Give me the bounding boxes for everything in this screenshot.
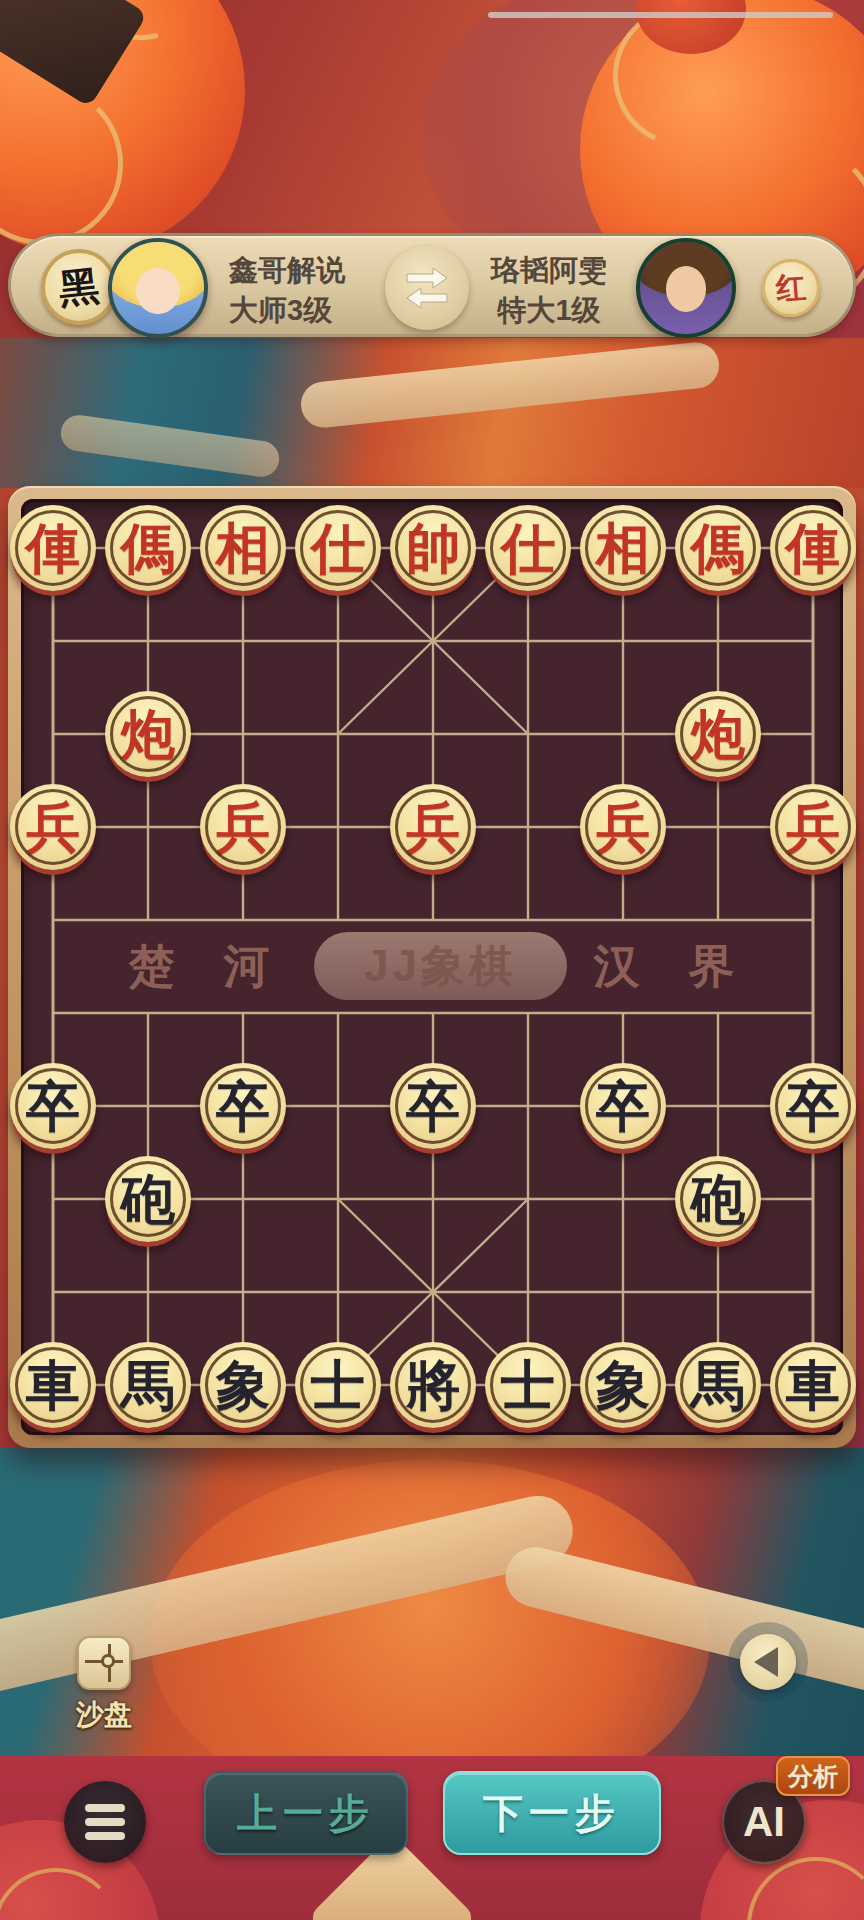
piece-character: 卒	[786, 1079, 840, 1133]
board-intersection[interactable]: 卒	[766, 1060, 861, 1153]
xiangqi-piece-black[interactable]: 卒	[770, 1063, 856, 1149]
board-intersection[interactable]	[101, 1060, 196, 1153]
piece-character: 卒	[406, 1079, 460, 1133]
board-intersection[interactable]: 傌	[101, 502, 196, 595]
board-intersection[interactable]	[766, 688, 861, 781]
board-intersection[interactable]	[291, 1153, 386, 1246]
board-intersection[interactable]	[481, 1060, 576, 1153]
xiangqi-piece-black[interactable]: 卒	[10, 1063, 96, 1149]
xiangqi-piece-black[interactable]: 卒	[390, 1063, 476, 1149]
board-intersection[interactable]	[101, 781, 196, 874]
board-intersection[interactable]	[766, 1153, 861, 1246]
board-intersection[interactable]	[291, 595, 386, 688]
xiangqi-piece-red[interactable]: 炮	[675, 691, 761, 777]
piece-character: 車	[786, 1358, 840, 1412]
board-intersection[interactable]	[481, 595, 576, 688]
piece-character: 相	[596, 521, 650, 575]
board-intersection[interactable]: 兵	[386, 781, 481, 874]
black-side-label: 黑	[56, 258, 102, 317]
board-intersection[interactable]	[481, 874, 576, 967]
piece-character: 兵	[596, 800, 650, 854]
xiangqi-piece-red[interactable]: 兵	[770, 784, 856, 870]
left-player-avatar[interactable]	[108, 238, 208, 338]
board-intersection[interactable]	[101, 595, 196, 688]
swap-arrows-icon	[403, 266, 451, 310]
board-grid: 俥傌相仕帥仕相傌俥炮炮兵兵兵兵兵卒卒卒卒卒砲砲車馬象士將士象馬車	[6, 502, 861, 1432]
board-intersection[interactable]	[386, 874, 481, 967]
board-intersection[interactable]	[6, 688, 101, 781]
board-intersection[interactable]	[671, 967, 766, 1060]
board-intersection[interactable]: 相	[196, 502, 291, 595]
board-intersection[interactable]	[481, 781, 576, 874]
xiangqi-piece-red[interactable]: 仕	[485, 505, 571, 591]
board-intersection[interactable]	[386, 967, 481, 1060]
board-intersection[interactable]	[481, 967, 576, 1060]
board-intersection[interactable]	[576, 874, 671, 967]
xiangqi-piece-black[interactable]: 卒	[200, 1063, 286, 1149]
piece-character: 炮	[121, 707, 175, 761]
xiangqi-piece-red[interactable]: 傌	[675, 505, 761, 591]
left-arrow-icon	[754, 1647, 778, 1677]
board-intersection[interactable]	[576, 967, 671, 1060]
board-intersection[interactable]	[6, 874, 101, 967]
menu-button[interactable]	[64, 1781, 146, 1863]
piece-character: 砲	[121, 1172, 175, 1226]
board-intersection[interactable]	[386, 595, 481, 688]
board-intersection[interactable]	[671, 595, 766, 688]
board-intersection[interactable]: 卒	[6, 1060, 101, 1153]
board-intersection[interactable]: 馬	[671, 1339, 766, 1432]
board-intersection[interactable]: 仕	[481, 502, 576, 595]
red-side-label: 红	[775, 267, 808, 310]
right-player-rank: 特大1级	[459, 290, 639, 330]
piece-character: 仕	[501, 521, 555, 575]
xiangqi-piece-red[interactable]: 傌	[105, 505, 191, 591]
board-intersection[interactable]	[291, 781, 386, 874]
piece-character: 帥	[406, 521, 460, 575]
board-intersection[interactable]: 砲	[671, 1153, 766, 1246]
board-intersection[interactable]	[481, 688, 576, 781]
board-intersection[interactable]: 相	[576, 502, 671, 595]
piece-character: 傌	[691, 521, 745, 575]
xiangqi-piece-red[interactable]: 相	[580, 505, 666, 591]
piece-character: 俥	[26, 521, 80, 575]
piece-character: 兵	[786, 800, 840, 854]
piece-character: 兵	[406, 800, 460, 854]
xiangqi-piece-red[interactable]: 俥	[770, 505, 856, 591]
board-intersection[interactable]	[196, 595, 291, 688]
board-intersection[interactable]: 兵	[6, 781, 101, 874]
board-intersection[interactable]: 象	[196, 1339, 291, 1432]
board-intersection[interactable]	[671, 1246, 766, 1339]
board-intersection[interactable]	[291, 688, 386, 781]
board-intersection[interactable]	[576, 595, 671, 688]
board-intersection[interactable]	[576, 1246, 671, 1339]
board-intersection[interactable]	[6, 967, 101, 1060]
xiangqi-piece-red[interactable]: 兵	[580, 784, 666, 870]
board-intersection[interactable]	[196, 874, 291, 967]
board-intersection[interactable]: 傌	[671, 502, 766, 595]
board-intersection[interactable]	[196, 1246, 291, 1339]
next-move-button[interactable]: 下一步	[443, 1771, 661, 1855]
piece-character: 卒	[26, 1079, 80, 1133]
piece-character: 象	[216, 1358, 270, 1412]
board-intersection[interactable]: 俥	[6, 502, 101, 595]
board-intersection[interactable]	[6, 1153, 101, 1246]
board-intersection[interactable]: 帥	[386, 502, 481, 595]
board-intersection[interactable]	[766, 874, 861, 967]
xiangqi-piece-red[interactable]: 俥	[10, 505, 96, 591]
board-intersection[interactable]	[196, 1153, 291, 1246]
xiangqi-piece-black[interactable]: 砲	[105, 1156, 191, 1242]
swap-sides-button[interactable]	[385, 246, 469, 330]
piece-character: 砲	[691, 1172, 745, 1226]
board-intersection[interactable]	[481, 1246, 576, 1339]
board-intersection[interactable]	[291, 1060, 386, 1153]
piece-character: 卒	[216, 1079, 270, 1133]
video-progress-line[interactable]	[488, 12, 833, 18]
xiangqi-piece-red[interactable]: 相	[200, 505, 286, 591]
piece-character: 車	[26, 1358, 80, 1412]
xiangqi-board: 楚 河 汉 界 JJ象棋 俥傌相仕帥仕相傌俥炮炮兵兵兵兵兵卒卒卒卒卒砲砲車馬象士…	[8, 486, 856, 1448]
player-bar: 黑 鑫哥解说 大师3级 珞韬阿雯 特大1级 红	[8, 233, 856, 337]
board-intersection[interactable]: 兵	[196, 781, 291, 874]
xiangqi-piece-black[interactable]: 車	[770, 1342, 856, 1428]
xiangqi-piece-red[interactable]: 兵	[390, 784, 476, 870]
board-intersection[interactable]	[101, 1246, 196, 1339]
board-intersection[interactable]	[386, 1246, 481, 1339]
board-intersection[interactable]	[576, 688, 671, 781]
board-intersection[interactable]: 車	[766, 1339, 861, 1432]
board-intersection[interactable]	[671, 874, 766, 967]
board-intersection[interactable]	[101, 967, 196, 1060]
board-intersection[interactable]	[386, 1153, 481, 1246]
left-player-rank: 大师3级	[229, 290, 345, 330]
xiangqi-piece-black[interactable]: 車	[10, 1342, 96, 1428]
board-intersection[interactable]: 卒	[576, 1060, 671, 1153]
xiangqi-piece-black[interactable]: 將	[390, 1342, 476, 1428]
red-side-badge: 红	[762, 259, 820, 317]
xiangqi-piece-black[interactable]: 象	[200, 1342, 286, 1428]
xiangqi-piece-black[interactable]: 士	[295, 1342, 381, 1428]
right-player-name: 珞韬阿雯	[459, 250, 639, 290]
screen: 黑 鑫哥解说 大师3级 珞韬阿雯 特大1级 红	[0, 0, 864, 1920]
piece-character: 士	[311, 1358, 365, 1412]
piece-character: 將	[406, 1358, 460, 1412]
board-intersection[interactable]: 象	[576, 1339, 671, 1432]
hamburger-icon	[85, 1804, 125, 1812]
board-intersection[interactable]	[481, 1153, 576, 1246]
collapse-panel-button[interactable]	[740, 1634, 796, 1690]
board-intersection[interactable]: 兵	[576, 781, 671, 874]
xiangqi-piece-black[interactable]: 卒	[580, 1063, 666, 1149]
sandbox-label: 沙盘	[52, 1696, 156, 1734]
left-player-name: 鑫哥解说	[229, 250, 345, 290]
piece-character: 兵	[216, 800, 270, 854]
xiangqi-piece-red[interactable]: 帥	[390, 505, 476, 591]
piece-character: 炮	[691, 707, 745, 761]
board-intersection[interactable]	[766, 967, 861, 1060]
board-intersection[interactable]	[671, 781, 766, 874]
xiangqi-piece-black[interactable]: 象	[580, 1342, 666, 1428]
board-intersection[interactable]	[291, 1246, 386, 1339]
xiangqi-piece-black[interactable]: 馬	[675, 1342, 761, 1428]
board-intersection[interactable]	[766, 595, 861, 688]
avatar-face	[136, 268, 180, 314]
board-intersection[interactable]: 俥	[766, 502, 861, 595]
board-intersection[interactable]	[6, 1246, 101, 1339]
xiangqi-piece-black[interactable]: 士	[485, 1342, 571, 1428]
board-intersection[interactable]	[291, 967, 386, 1060]
piece-character: 卒	[596, 1079, 650, 1133]
piece-character: 俥	[786, 521, 840, 575]
xiangqi-piece-red[interactable]: 仕	[295, 505, 381, 591]
board-intersection[interactable]	[671, 1060, 766, 1153]
piece-character: 馬	[121, 1358, 175, 1412]
board-intersection[interactable]: 卒	[196, 1060, 291, 1153]
board-intersection[interactable]	[766, 1246, 861, 1339]
board-intersection[interactable]: 炮	[101, 688, 196, 781]
board-intersection[interactable]	[291, 874, 386, 967]
xiangqi-piece-red[interactable]: 兵	[200, 784, 286, 870]
xiangqi-piece-black[interactable]: 砲	[675, 1156, 761, 1242]
board-intersection[interactable]: 將	[386, 1339, 481, 1432]
board-intersection[interactable]: 馬	[101, 1339, 196, 1432]
black-side-badge: 黑	[41, 249, 117, 325]
board-intersection[interactable]: 仕	[291, 502, 386, 595]
board-intersection[interactable]: 砲	[101, 1153, 196, 1246]
board-intersection[interactable]	[196, 688, 291, 781]
right-player-info: 珞韬阿雯 特大1级	[459, 250, 639, 330]
board-intersection[interactable]: 卒	[386, 1060, 481, 1153]
piece-character: 士	[501, 1358, 555, 1412]
board-intersection[interactable]: 車	[6, 1339, 101, 1432]
piece-character: 傌	[121, 521, 175, 575]
board-intersection[interactable]	[576, 1153, 671, 1246]
board-intersection[interactable]	[6, 595, 101, 688]
board-intersection[interactable]	[101, 874, 196, 967]
sandbox-board-icon	[77, 1636, 131, 1690]
sandbox-tool[interactable]: 沙盘	[52, 1636, 156, 1734]
board-intersection[interactable]: 士	[291, 1339, 386, 1432]
piece-character: 相	[216, 521, 270, 575]
piece-character: 兵	[26, 800, 80, 854]
piece-character: 馬	[691, 1358, 745, 1412]
analyze-badge[interactable]: 分析	[776, 1756, 850, 1796]
board-intersection[interactable]: 士	[481, 1339, 576, 1432]
board-intersection[interactable]: 兵	[766, 781, 861, 874]
xiangqi-piece-red[interactable]: 兵	[10, 784, 96, 870]
right-player-avatar[interactable]	[636, 238, 736, 338]
board-intersection[interactable]	[196, 967, 291, 1060]
avatar-face	[666, 266, 706, 312]
previous-move-button[interactable]: 上一步	[204, 1771, 408, 1855]
piece-character: 仕	[311, 521, 365, 575]
board-intersection[interactable]: 炮	[671, 688, 766, 781]
xiangqi-piece-black[interactable]: 馬	[105, 1342, 191, 1428]
left-player-info: 鑫哥解说 大师3级	[229, 250, 345, 330]
board-intersection[interactable]	[386, 688, 481, 781]
piece-character: 象	[596, 1358, 650, 1412]
xiangqi-piece-red[interactable]: 炮	[105, 691, 191, 777]
